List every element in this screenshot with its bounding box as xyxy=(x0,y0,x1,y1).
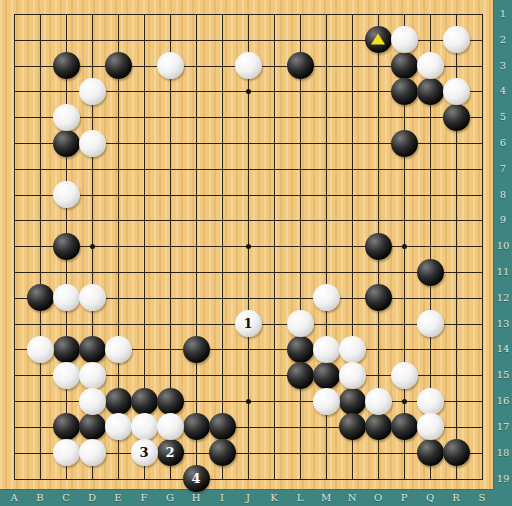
white-stone[interactable] xyxy=(53,439,80,466)
star-point xyxy=(90,244,95,249)
black-stone[interactable] xyxy=(365,233,392,260)
white-stone[interactable] xyxy=(391,362,418,389)
white-stone[interactable] xyxy=(79,362,106,389)
black-stone[interactable] xyxy=(417,78,444,105)
black-stone[interactable] xyxy=(209,439,236,466)
white-stone[interactable] xyxy=(365,388,392,415)
black-stone[interactable] xyxy=(79,336,106,363)
move-number-label: 3 xyxy=(139,446,148,459)
row-label: 16 xyxy=(497,396,510,406)
move-number-label: 2 xyxy=(165,446,174,459)
star-point xyxy=(246,399,251,404)
star-point xyxy=(246,244,251,249)
black-stone[interactable] xyxy=(105,388,132,415)
black-stone[interactable] xyxy=(313,362,340,389)
grid-line xyxy=(300,14,301,480)
black-stone[interactable] xyxy=(287,52,314,79)
column-label: A xyxy=(10,493,17,503)
black-stone[interactable] xyxy=(391,130,418,157)
grid-line xyxy=(40,14,41,480)
white-stone[interactable] xyxy=(417,413,444,440)
column-label: I xyxy=(220,493,224,503)
white-stone[interactable] xyxy=(27,336,54,363)
go-board-screenshot: 2413 ABCDEFGHIJKLMNOPQRS1234567891011121… xyxy=(0,0,512,506)
move-number-label: 1 xyxy=(243,317,252,330)
black-stone[interactable] xyxy=(391,52,418,79)
row-label: 7 xyxy=(500,164,506,174)
grid-line xyxy=(14,272,483,273)
row-label: 17 xyxy=(497,422,510,432)
white-stone[interactable] xyxy=(79,439,106,466)
white-stone[interactable] xyxy=(53,104,80,131)
black-stone[interactable] xyxy=(27,284,54,311)
grid-line xyxy=(222,14,223,480)
white-stone[interactable] xyxy=(131,413,158,440)
black-stone[interactable] xyxy=(131,388,158,415)
white-stone[interactable] xyxy=(157,52,184,79)
white-stone[interactable] xyxy=(287,310,314,337)
black-stone[interactable] xyxy=(209,413,236,440)
column-label: B xyxy=(36,493,43,503)
white-stone[interactable] xyxy=(235,52,262,79)
black-stone[interactable] xyxy=(53,233,80,260)
move-number-label: 4 xyxy=(191,472,200,485)
white-stone[interactable] xyxy=(105,413,132,440)
black-stone[interactable] xyxy=(339,388,366,415)
row-label: 6 xyxy=(500,138,506,148)
go-board[interactable]: 2413 xyxy=(0,0,494,490)
black-stone[interactable] xyxy=(287,336,314,363)
grid-line xyxy=(14,14,15,480)
grid-line xyxy=(274,14,275,480)
black-stone[interactable] xyxy=(105,52,132,79)
row-label: 2 xyxy=(500,35,506,45)
white-stone[interactable] xyxy=(79,78,106,105)
row-label: 8 xyxy=(500,190,506,200)
black-stone[interactable] xyxy=(339,413,366,440)
black-stone[interactable] xyxy=(391,78,418,105)
row-label: 1 xyxy=(500,9,506,19)
column-label: H xyxy=(192,493,201,503)
white-stone[interactable] xyxy=(157,413,184,440)
row-label: 19 xyxy=(497,474,510,484)
black-stone[interactable] xyxy=(53,130,80,157)
white-stone[interactable] xyxy=(79,130,106,157)
row-label: 4 xyxy=(500,86,506,96)
column-label: R xyxy=(452,493,460,503)
white-stone[interactable] xyxy=(79,388,106,415)
star-point xyxy=(402,399,407,404)
white-stone[interactable] xyxy=(443,78,470,105)
black-stone[interactable] xyxy=(183,413,210,440)
grid-line xyxy=(196,14,197,480)
row-label: 9 xyxy=(500,215,506,225)
row-label: 15 xyxy=(497,370,510,380)
column-label: E xyxy=(114,493,121,503)
white-stone[interactable] xyxy=(417,310,444,337)
column-label: M xyxy=(321,493,331,503)
row-label: 18 xyxy=(497,448,510,458)
row-label: 5 xyxy=(500,112,506,122)
triangle-marker xyxy=(371,33,385,44)
row-label: 10 xyxy=(497,241,510,251)
black-stone[interactable] xyxy=(53,336,80,363)
black-stone[interactable]: 4 xyxy=(183,465,210,492)
grid-line xyxy=(14,479,483,480)
white-stone[interactable] xyxy=(339,362,366,389)
column-label: L xyxy=(297,493,304,503)
column-label: N xyxy=(348,493,357,503)
black-stone[interactable] xyxy=(417,259,444,286)
white-stone[interactable] xyxy=(105,336,132,363)
white-stone[interactable] xyxy=(53,181,80,208)
white-stone[interactable] xyxy=(417,388,444,415)
black-stone[interactable] xyxy=(157,388,184,415)
white-stone[interactable] xyxy=(79,284,106,311)
black-stone[interactable] xyxy=(79,413,106,440)
white-stone[interactable]: 3 xyxy=(131,439,158,466)
column-label: O xyxy=(374,493,382,503)
white-stone[interactable] xyxy=(313,336,340,363)
column-label: K xyxy=(270,493,277,503)
row-label: 12 xyxy=(497,293,510,303)
white-stone[interactable] xyxy=(443,26,470,53)
column-label: D xyxy=(88,493,96,503)
black-stone[interactable] xyxy=(417,439,444,466)
black-stone[interactable] xyxy=(365,413,392,440)
white-stone[interactable] xyxy=(417,52,444,79)
white-stone[interactable] xyxy=(391,26,418,53)
column-label: F xyxy=(141,493,148,503)
black-stone[interactable] xyxy=(443,439,470,466)
row-label: 13 xyxy=(497,319,510,329)
row-label: 3 xyxy=(500,61,506,71)
column-label: Q xyxy=(426,493,434,503)
column-label: S xyxy=(479,493,486,503)
grid-line xyxy=(482,14,483,480)
black-stone[interactable] xyxy=(391,413,418,440)
black-stone[interactable] xyxy=(183,336,210,363)
black-stone[interactable] xyxy=(53,52,80,79)
white-stone[interactable] xyxy=(313,284,340,311)
row-label: 11 xyxy=(497,267,510,277)
black-stone[interactable] xyxy=(365,26,392,53)
black-stone[interactable] xyxy=(53,413,80,440)
column-label: J xyxy=(246,493,250,503)
column-label: P xyxy=(401,493,408,503)
row-label: 14 xyxy=(497,344,510,354)
black-stone[interactable]: 2 xyxy=(157,439,184,466)
white-stone[interactable] xyxy=(313,388,340,415)
black-stone[interactable] xyxy=(443,104,470,131)
white-stone[interactable] xyxy=(339,336,366,363)
white-stone[interactable]: 1 xyxy=(235,310,262,337)
white-stone[interactable] xyxy=(53,284,80,311)
black-stone[interactable] xyxy=(287,362,314,389)
column-label: G xyxy=(166,493,174,503)
white-stone[interactable] xyxy=(53,362,80,389)
star-point xyxy=(402,244,407,249)
star-point xyxy=(246,89,251,94)
column-label: C xyxy=(62,493,70,503)
black-stone[interactable] xyxy=(365,284,392,311)
